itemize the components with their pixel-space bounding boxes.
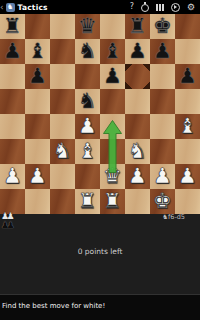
square-e2[interactable]: ♛ (100, 164, 125, 189)
white-r-piece: ♜ (100, 189, 125, 214)
white-r-piece: ♜ (75, 189, 100, 214)
task-prompt: Find the best move for white! (2, 302, 105, 310)
square-c3[interactable]: ♞ (50, 139, 75, 164)
square-f7[interactable]: ♟ (125, 39, 150, 64)
square-a6[interactable] (0, 64, 25, 89)
square-h3[interactable] (175, 139, 200, 164)
square-f8[interactable]: ♜ (125, 14, 150, 39)
white-p-piece: ♟ (25, 164, 50, 189)
square-b6[interactable]: ♟ (25, 64, 50, 89)
black-n-piece: ♞ (75, 39, 100, 64)
square-e7[interactable]: ♝ (100, 39, 125, 64)
square-e4[interactable] (100, 114, 125, 139)
white-q-piece: ♛ (100, 164, 125, 189)
square-g3[interactable] (150, 139, 175, 164)
square-f3[interactable]: ♞ (125, 139, 150, 164)
square-g2[interactable]: ♟ (150, 164, 175, 189)
square-c8[interactable] (50, 14, 75, 39)
points-left-label: 0 points left (0, 247, 200, 256)
app-icon: ♞ (6, 3, 15, 12)
square-d1[interactable]: ♜ (75, 189, 100, 214)
square-g4[interactable] (150, 114, 175, 139)
square-c6[interactable] (50, 64, 75, 89)
black-p-piece: ♟ (100, 64, 125, 89)
square-c2[interactable] (50, 164, 75, 189)
square-a8[interactable]: ♜ (0, 14, 25, 39)
square-e1[interactable]: ♜ (100, 189, 125, 214)
square-b4[interactable] (25, 114, 50, 139)
move-list-icon[interactable] (156, 4, 164, 11)
black-p-piece: ♟ (175, 64, 200, 89)
white-p-piece: ♟ (175, 164, 200, 189)
black-b-piece: ♝ (25, 39, 50, 64)
square-e3[interactable] (100, 139, 125, 164)
square-b8[interactable] (25, 14, 50, 39)
white-p-piece: ♟ (150, 164, 175, 189)
last-move-label: ♞f6-d5 (162, 213, 185, 221)
square-h7[interactable] (175, 39, 200, 64)
square-c7[interactable] (50, 39, 75, 64)
white-p-piece: ♟ (75, 114, 100, 139)
square-f6[interactable] (125, 64, 150, 89)
square-c1[interactable] (50, 189, 75, 214)
square-d5[interactable]: ♞ (75, 89, 100, 114)
black-p-piece: ♟ (150, 39, 175, 64)
square-b1[interactable] (25, 189, 50, 214)
square-c4[interactable] (50, 114, 75, 139)
square-d8[interactable]: ♛ (75, 14, 100, 39)
black-q-piece: ♛ (75, 14, 100, 39)
square-b5[interactable] (25, 89, 50, 114)
stopwatch-icon[interactable] (141, 4, 149, 12)
square-b7[interactable]: ♝ (25, 39, 50, 64)
square-c5[interactable] (50, 89, 75, 114)
square-h2[interactable]: ♟ (175, 164, 200, 189)
back-chevron-icon[interactable]: ‹ (0, 0, 4, 14)
bottom-bar: Find the best move for white! (0, 294, 200, 320)
square-d4[interactable]: ♟ (75, 114, 100, 139)
square-g5[interactable] (150, 89, 175, 114)
play-icon[interactable] (171, 3, 180, 12)
black-r-piece: ♜ (125, 14, 150, 39)
square-d7[interactable]: ♞ (75, 39, 100, 64)
black-p-piece: ♟ (25, 64, 50, 89)
chess-board: ♜♛♜♚♟♝♞♝♟♟♟♟♟♞♟♝♞♝♞♟♟♛♟♟♟♜♜♚ (0, 14, 200, 214)
square-h1[interactable] (175, 189, 200, 214)
square-a4[interactable] (0, 114, 25, 139)
square-b3[interactable] (25, 139, 50, 164)
white-p-piece: ♟ (0, 164, 25, 189)
black-b-piece: ♝ (100, 39, 125, 64)
square-g8[interactable]: ♚ (150, 14, 175, 39)
square-d3[interactable]: ♝ (75, 139, 100, 164)
white-n-piece: ♞ (125, 139, 150, 164)
square-a3[interactable] (0, 139, 25, 164)
square-b2[interactable]: ♟ (25, 164, 50, 189)
white-b-piece: ♝ (175, 114, 200, 139)
captured-black-pawns-tray: ♟♟ (1, 221, 12, 230)
square-f4[interactable] (125, 114, 150, 139)
square-g6[interactable] (150, 64, 175, 89)
help-icon[interactable]: ? (130, 0, 134, 14)
square-g1[interactable]: ♚ (150, 189, 175, 214)
square-d2[interactable] (75, 164, 100, 189)
square-e6[interactable]: ♟ (100, 64, 125, 89)
square-e5[interactable] (100, 89, 125, 114)
square-h4[interactable]: ♝ (175, 114, 200, 139)
black-n-piece: ♞ (75, 89, 100, 114)
square-h8[interactable] (175, 14, 200, 39)
square-a2[interactable]: ♟ (0, 164, 25, 189)
black-k-piece: ♚ (150, 14, 175, 39)
square-g7[interactable]: ♟ (150, 39, 175, 64)
white-p-piece: ♟ (125, 164, 150, 189)
square-e8[interactable] (100, 14, 125, 39)
app-window: ‹ ♞ Tactics ? ⚙ ♜♛♜♚♟♝♞♝♟♟♟♟♟♞♟♝♞♝♞♟♟♛♟♟… (0, 0, 200, 320)
square-d6[interactable] (75, 64, 100, 89)
gear-icon[interactable]: ⚙ (187, 0, 195, 14)
toolbar-icons: ? ⚙ (130, 0, 200, 14)
page-title: Tactics (18, 3, 48, 12)
square-f5[interactable] (125, 89, 150, 114)
black-p-piece: ♟ (0, 39, 25, 64)
black-p-piece: ♟ (125, 39, 150, 64)
square-h6[interactable]: ♟ (175, 64, 200, 89)
top-bar: ‹ ♞ Tactics ? ⚙ (0, 0, 200, 14)
square-f2[interactable]: ♟ (125, 164, 150, 189)
square-a7[interactable]: ♟ (0, 39, 25, 64)
white-k-piece: ♚ (150, 189, 175, 214)
white-b-piece: ♝ (75, 139, 100, 164)
square-h5[interactable] (175, 89, 200, 114)
square-a5[interactable] (0, 89, 25, 114)
square-f1[interactable] (125, 189, 150, 214)
white-n-piece: ♞ (50, 139, 75, 164)
black-r-piece: ♜ (0, 14, 25, 39)
